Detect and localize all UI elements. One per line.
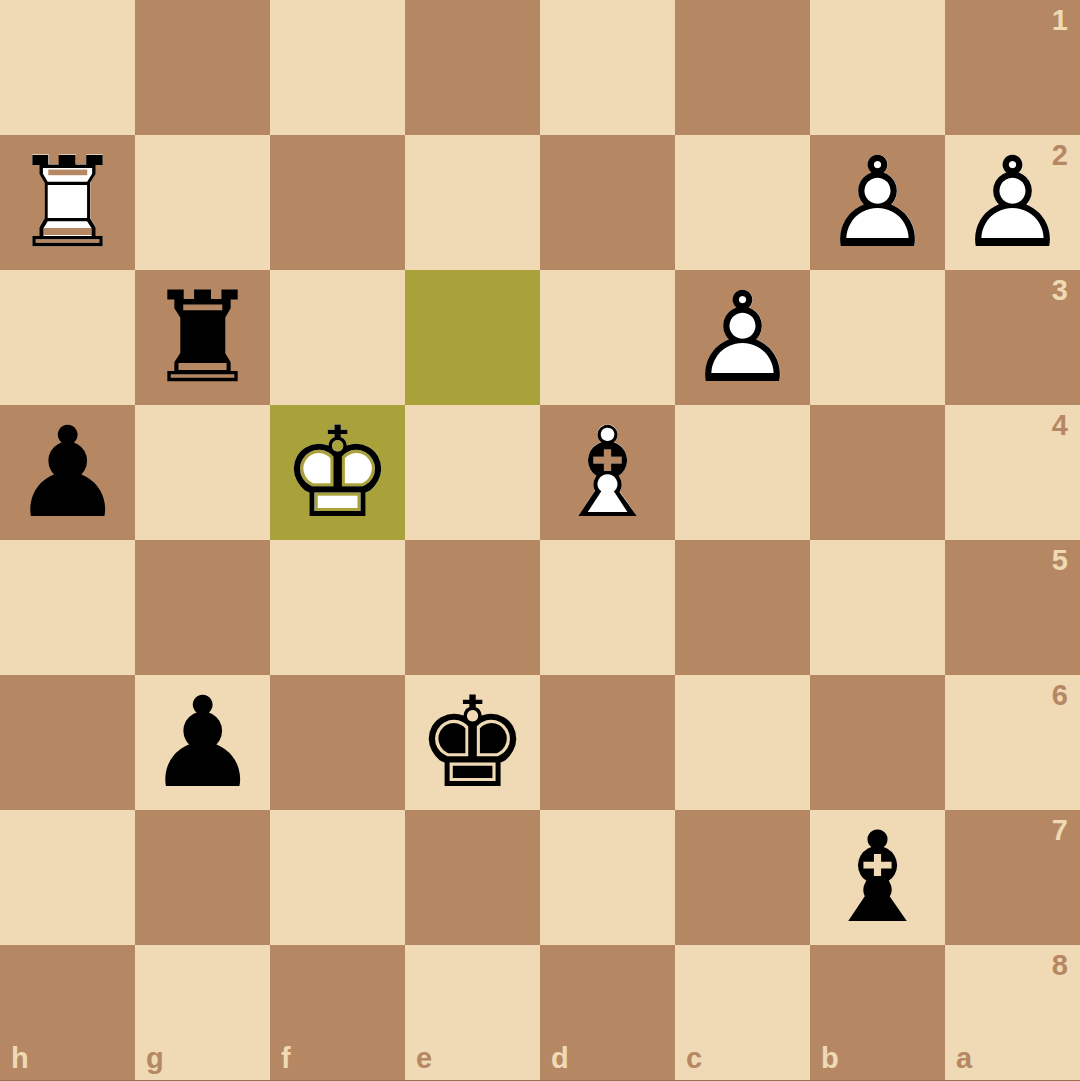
square-e5[interactable] [405, 540, 540, 675]
piece-outline-layer: ♙ [956, 135, 1068, 270]
square-c3[interactable]: ♟♙ [675, 270, 810, 405]
square-f4[interactable]: ♚♔ [270, 405, 405, 540]
square-d4[interactable]: ♝♗ [540, 405, 675, 540]
black-bishop-icon[interactable]: ♝ [810, 810, 945, 945]
square-a5[interactable]: 5 [945, 540, 1080, 675]
white-rook-icon[interactable]: ♜♖ [0, 135, 135, 270]
square-a4[interactable]: 4 [945, 405, 1080, 540]
square-d1[interactable] [540, 0, 675, 135]
square-f6[interactable] [270, 675, 405, 810]
square-e3[interactable] [405, 270, 540, 405]
square-b7[interactable]: ♝ [810, 810, 945, 945]
square-d6[interactable] [540, 675, 675, 810]
square-h6[interactable] [0, 675, 135, 810]
chess-board-container: 1♜♖♟♙2♟♙♜♟♙3♟♚♔♝♗45♟♚6♝7hgfedcb8a [0, 0, 1080, 1081]
square-c8[interactable]: c [675, 945, 810, 1080]
square-d2[interactable] [540, 135, 675, 270]
file-label-a: a [956, 1044, 972, 1073]
white-king-icon[interactable]: ♚♔ [270, 405, 405, 540]
square-d8[interactable]: d [540, 945, 675, 1080]
square-h2[interactable]: ♜♖ [0, 135, 135, 270]
square-f5[interactable] [270, 540, 405, 675]
white-pawn-icon[interactable]: ♟♙ [675, 270, 810, 405]
square-c4[interactable] [675, 405, 810, 540]
file-label-b: b [821, 1044, 839, 1073]
piece-outline-layer: ♖ [11, 135, 123, 270]
square-h1[interactable] [0, 0, 135, 135]
rank-label-1: 1 [1052, 6, 1068, 35]
square-d7[interactable] [540, 810, 675, 945]
black-king-icon[interactable]: ♚ [405, 675, 540, 810]
square-e4[interactable] [405, 405, 540, 540]
rank-label-5: 5 [1052, 546, 1068, 575]
rank-label-4: 4 [1052, 411, 1068, 440]
square-h5[interactable] [0, 540, 135, 675]
square-c1[interactable] [675, 0, 810, 135]
square-c5[interactable] [675, 540, 810, 675]
square-h4[interactable]: ♟ [0, 405, 135, 540]
file-label-g: g [146, 1044, 164, 1073]
square-a8[interactable]: 8a [945, 945, 1080, 1080]
piece-outline-layer: ♗ [551, 405, 663, 540]
square-c6[interactable] [675, 675, 810, 810]
piece-glyph-layer: ♟ [146, 675, 258, 810]
white-pawn-icon[interactable]: ♟♙ [810, 135, 945, 270]
piece-outline-layer: ♙ [686, 270, 798, 405]
square-f7[interactable] [270, 810, 405, 945]
square-a2[interactable]: 2♟♙ [945, 135, 1080, 270]
square-g7[interactable] [135, 810, 270, 945]
square-h3[interactable] [0, 270, 135, 405]
square-b3[interactable] [810, 270, 945, 405]
square-e2[interactable] [405, 135, 540, 270]
square-h7[interactable] [0, 810, 135, 945]
square-a7[interactable]: 7 [945, 810, 1080, 945]
square-f8[interactable]: f [270, 945, 405, 1080]
square-d5[interactable] [540, 540, 675, 675]
square-c2[interactable] [675, 135, 810, 270]
square-c7[interactable] [675, 810, 810, 945]
square-g2[interactable] [135, 135, 270, 270]
square-e8[interactable]: e [405, 945, 540, 1080]
square-e7[interactable] [405, 810, 540, 945]
file-label-e: e [416, 1044, 432, 1073]
rank-label-8: 8 [1052, 951, 1068, 980]
file-label-f: f [281, 1044, 291, 1073]
square-e1[interactable] [405, 0, 540, 135]
file-label-c: c [686, 1044, 702, 1073]
piece-outline-layer: ♔ [281, 405, 393, 540]
white-pawn-icon[interactable]: ♟♙ [945, 135, 1080, 270]
square-g5[interactable] [135, 540, 270, 675]
black-rook-icon[interactable]: ♜ [135, 270, 270, 405]
square-a6[interactable]: 6 [945, 675, 1080, 810]
square-b5[interactable] [810, 540, 945, 675]
square-a1[interactable]: 1 [945, 0, 1080, 135]
square-d3[interactable] [540, 270, 675, 405]
black-pawn-icon[interactable]: ♟ [135, 675, 270, 810]
square-b2[interactable]: ♟♙ [810, 135, 945, 270]
piece-glyph-layer: ♚ [416, 675, 528, 810]
square-g3[interactable]: ♜ [135, 270, 270, 405]
rank-label-3: 3 [1052, 276, 1068, 305]
square-g4[interactable] [135, 405, 270, 540]
black-pawn-icon[interactable]: ♟ [0, 405, 135, 540]
file-label-d: d [551, 1044, 569, 1073]
square-f2[interactable] [270, 135, 405, 270]
rank-label-7: 7 [1052, 816, 1068, 845]
square-e6[interactable]: ♚ [405, 675, 540, 810]
square-b4[interactable] [810, 405, 945, 540]
square-g6[interactable]: ♟ [135, 675, 270, 810]
file-label-h: h [11, 1044, 29, 1073]
piece-glyph-layer: ♝ [821, 810, 933, 945]
square-b6[interactable] [810, 675, 945, 810]
square-f3[interactable] [270, 270, 405, 405]
chess-board: 1♜♖♟♙2♟♙♜♟♙3♟♚♔♝♗45♟♚6♝7hgfedcb8a [0, 0, 1080, 1080]
piece-outline-layer: ♙ [821, 135, 933, 270]
square-g8[interactable]: g [135, 945, 270, 1080]
square-a3[interactable]: 3 [945, 270, 1080, 405]
white-bishop-icon[interactable]: ♝♗ [540, 405, 675, 540]
piece-glyph-layer: ♜ [146, 270, 258, 405]
square-g1[interactable] [135, 0, 270, 135]
square-b1[interactable] [810, 0, 945, 135]
square-h8[interactable]: h [0, 945, 135, 1080]
piece-glyph-layer: ♟ [11, 405, 123, 540]
rank-label-6: 6 [1052, 681, 1068, 710]
square-f1[interactable] [270, 0, 405, 135]
square-b8[interactable]: b [810, 945, 945, 1080]
